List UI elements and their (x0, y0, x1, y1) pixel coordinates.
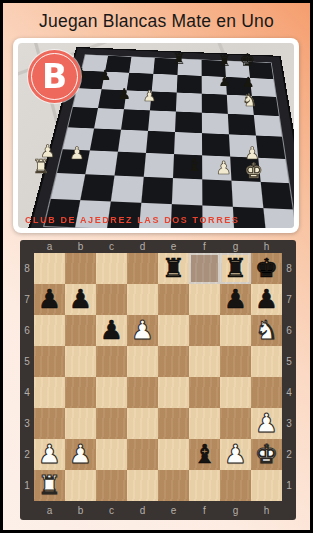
rank-label-right: 4 (282, 377, 296, 408)
frame-corner (282, 501, 296, 520)
file-label-bottom: a (34, 501, 65, 520)
photo-piece-h2: ♚ (244, 160, 263, 181)
file-label-bottom: c (96, 501, 127, 520)
square-h7[interactable]: ♟ (251, 284, 282, 315)
club-caption: CLUB DE AJEDREZ LAS DOS TORRES (25, 215, 240, 225)
file-label-top: h (251, 240, 282, 253)
piece-d6[interactable]: ♟ (131, 315, 154, 346)
square-e5[interactable] (158, 346, 189, 377)
file-label-bottom: b (65, 501, 96, 520)
rank-label-left: 2 (20, 439, 34, 470)
rank-label-left: 3 (20, 408, 34, 439)
square-c5[interactable] (96, 346, 127, 377)
piece-h7[interactable]: ♟ (255, 284, 278, 315)
square-h3[interactable]: ♟ (251, 408, 282, 439)
rank-label-right: 8 (282, 253, 296, 284)
square-f1[interactable] (189, 470, 220, 501)
file-label-top: a (34, 240, 65, 253)
square-e6[interactable] (158, 315, 189, 346)
square-f7[interactable] (189, 284, 220, 315)
piece-g8[interactable]: ♜ (224, 253, 247, 284)
piece-b7[interactable]: ♟ (69, 284, 92, 315)
square-f2[interactable]: ♝ (189, 439, 220, 470)
piece-h8[interactable]: ♚ (255, 253, 278, 284)
square-f3[interactable] (189, 408, 220, 439)
rank-label-left: 4 (20, 377, 34, 408)
badge-ring: B (31, 53, 78, 100)
piece-h6[interactable]: ♞ (255, 315, 278, 346)
photo-piece-c6: ♟ (118, 86, 131, 101)
square-a2[interactable]: ♟ (34, 439, 65, 470)
square-g3[interactable] (220, 408, 251, 439)
rank-label-right: 3 (282, 408, 296, 439)
piece-b2[interactable]: ♟ (69, 439, 92, 470)
rank-label-left: 8 (20, 253, 34, 284)
square-f6[interactable] (189, 315, 220, 346)
piece-a2[interactable]: ♟ (38, 439, 61, 470)
square-g2[interactable]: ♟ (220, 439, 251, 470)
photo-piece-a1: ♜ (32, 157, 49, 176)
square-h1[interactable] (251, 470, 282, 501)
square-e4[interactable] (158, 377, 189, 408)
square-a3[interactable] (34, 408, 65, 439)
frame-corner (20, 501, 34, 520)
square-c3[interactable] (96, 408, 127, 439)
square-a1[interactable]: ♜ (34, 470, 65, 501)
square-e8[interactable]: ♜ (158, 253, 189, 284)
square-h8[interactable]: ♚ (251, 253, 282, 284)
file-label-bottom: f (189, 501, 220, 520)
square-h5[interactable] (251, 346, 282, 377)
photo-piece-e8: ♜ (172, 51, 185, 66)
square-c6[interactable]: ♟ (96, 315, 127, 346)
photo-scene: B CLUB DE AJEDREZ LAS DOS TORRES ♜♜♚♟♟♟♟… (18, 43, 294, 228)
square-b5[interactable] (65, 346, 96, 377)
file-label-bottom: e (158, 501, 189, 520)
file-label-top: d (127, 240, 158, 253)
square-a5[interactable] (34, 346, 65, 377)
rank-label-right: 7 (282, 284, 296, 315)
square-d5[interactable] (127, 346, 158, 377)
file-label-bottom: d (127, 501, 158, 520)
piece-c6[interactable]: ♟ (100, 315, 123, 346)
square-h6[interactable]: ♞ (251, 315, 282, 346)
photo-panel: B CLUB DE AJEDREZ LAS DOS TORRES ♜♜♚♟♟♟♟… (13, 38, 299, 233)
square-f8[interactable] (189, 253, 220, 284)
frame-corner (20, 240, 34, 253)
rank-label-right: 1 (282, 470, 296, 501)
rank-label-right: 6 (282, 315, 296, 346)
square-e3[interactable] (158, 408, 189, 439)
rank-label-right: 5 (282, 346, 296, 377)
square-g7[interactable]: ♟ (220, 284, 251, 315)
square-c2[interactable] (96, 439, 127, 470)
rank-label-left: 1 (20, 470, 34, 501)
photo-piece-b7: ♟ (99, 67, 112, 81)
square-c8[interactable] (96, 253, 127, 284)
square-a7[interactable]: ♟ (34, 284, 65, 315)
file-label-top: e (158, 240, 189, 253)
square-c1[interactable] (96, 470, 127, 501)
square-g4[interactable] (220, 377, 251, 408)
file-label-top: b (65, 240, 96, 253)
square-e2[interactable] (158, 439, 189, 470)
square-d8[interactable] (127, 253, 158, 284)
piece-h3[interactable]: ♟ (255, 408, 278, 439)
square-d6[interactable]: ♟ (127, 315, 158, 346)
square-f5[interactable] (189, 346, 220, 377)
piece-f2[interactable]: ♝ (193, 439, 216, 470)
square-b2[interactable]: ♟ (65, 439, 96, 470)
square-f4[interactable] (189, 377, 220, 408)
square-b4[interactable] (65, 377, 96, 408)
piece-h2[interactable]: ♚ (255, 439, 278, 470)
square-e1[interactable] (158, 470, 189, 501)
photo-piece-h6: ♞ (242, 92, 257, 109)
square-d4[interactable] (127, 377, 158, 408)
photo-piece-g2: ♟ (216, 159, 232, 177)
piece-a1[interactable]: ♜ (38, 470, 61, 501)
square-b3[interactable] (65, 408, 96, 439)
file-label-bottom: g (220, 501, 251, 520)
square-d1[interactable] (127, 470, 158, 501)
page-title: Juegan Blancas Mate en Uno (3, 11, 310, 32)
photo-piece-f2: ♝ (186, 156, 202, 174)
piece-g7[interactable]: ♟ (224, 284, 247, 315)
photo-piece-b2: ♟ (69, 146, 84, 163)
square-d7[interactable] (127, 284, 158, 315)
page: Juegan Blancas Mate en Uno B CLUB DE AJE… (0, 0, 313, 533)
square-b8[interactable] (65, 253, 96, 284)
square-d2[interactable] (127, 439, 158, 470)
piece-e8[interactable]: ♜ (162, 253, 185, 284)
square-c7[interactable] (96, 284, 127, 315)
square-g8[interactable]: ♜ (220, 253, 251, 284)
photo-piece-g7: ♟ (218, 73, 231, 87)
chess-board: abcdefgh8♜♜♚87♟♟♟♟76♟♟♞655443♟32♟♟♝♟♚21♜… (20, 240, 296, 520)
square-b6[interactable] (65, 315, 96, 346)
photo-piece-d6: ♟ (143, 87, 156, 102)
rank-label-right: 2 (282, 439, 296, 470)
photo-piece-g8: ♜ (218, 53, 231, 68)
photo-piece-h8: ♚ (239, 51, 255, 69)
badge: B (28, 50, 81, 103)
square-d3[interactable] (127, 408, 158, 439)
photo-piece-h7: ♟ (242, 74, 255, 88)
rank-label-left: 5 (20, 346, 34, 377)
rank-label-left: 6 (20, 315, 34, 346)
square-e7[interactable] (158, 284, 189, 315)
piece-a7[interactable]: ♟ (38, 284, 61, 315)
rank-label-left: 7 (20, 284, 34, 315)
badge-letter: B (42, 57, 67, 96)
piece-g2[interactable]: ♟ (224, 439, 247, 470)
square-c4[interactable] (96, 377, 127, 408)
file-label-top: f (189, 240, 220, 253)
file-label-top: c (96, 240, 127, 253)
square-h2[interactable]: ♚ (251, 439, 282, 470)
square-b1[interactable] (65, 470, 96, 501)
square-h4[interactable] (251, 377, 282, 408)
square-a8[interactable] (34, 253, 65, 284)
square-a4[interactable] (34, 377, 65, 408)
square-b7[interactable]: ♟ (65, 284, 96, 315)
file-label-top: g (220, 240, 251, 253)
frame-corner (282, 240, 296, 253)
square-g6[interactable] (220, 315, 251, 346)
square-g1[interactable] (220, 470, 251, 501)
square-a6[interactable] (34, 315, 65, 346)
file-label-bottom: h (251, 501, 282, 520)
square-g5[interactable] (220, 346, 251, 377)
